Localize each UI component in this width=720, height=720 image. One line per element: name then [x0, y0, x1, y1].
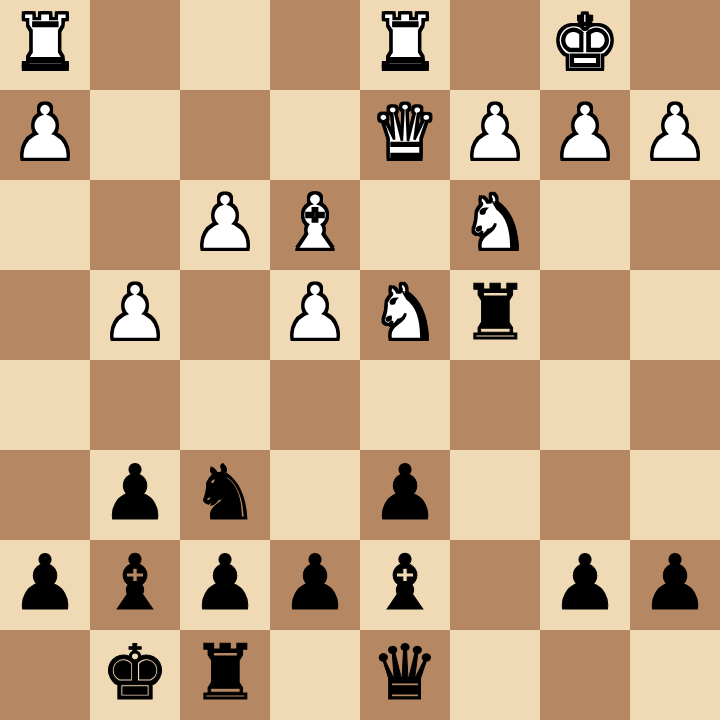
- square-e8[interactable]: [270, 630, 360, 720]
- piece-white-rook[interactable]: ♜: [371, 0, 439, 88]
- piece-white-knight[interactable]: ♞: [371, 268, 439, 358]
- piece-black-queen[interactable]: ♛: [371, 628, 439, 718]
- square-g8[interactable]: ♚: [90, 630, 180, 720]
- square-h7[interactable]: ♟: [0, 540, 90, 630]
- piece-black-pawn[interactable]: ♟: [281, 538, 349, 628]
- piece-black-pawn[interactable]: ♟: [101, 448, 169, 538]
- piece-white-bishop[interactable]: ♝: [281, 178, 349, 268]
- square-e6[interactable]: [270, 450, 360, 540]
- square-h5[interactable]: [0, 360, 90, 450]
- square-b5[interactable]: [540, 360, 630, 450]
- square-d5[interactable]: [360, 360, 450, 450]
- square-c8[interactable]: [450, 630, 540, 720]
- piece-white-pawn[interactable]: ♟: [461, 88, 529, 178]
- square-h1[interactable]: ♜: [0, 0, 90, 90]
- square-f2[interactable]: [180, 90, 270, 180]
- square-b4[interactable]: [540, 270, 630, 360]
- square-a1[interactable]: [630, 0, 720, 90]
- piece-white-pawn[interactable]: ♟: [281, 268, 349, 358]
- square-a4[interactable]: [630, 270, 720, 360]
- square-b1[interactable]: ♚: [540, 0, 630, 90]
- square-b2[interactable]: ♟: [540, 90, 630, 180]
- piece-black-pawn[interactable]: ♟: [11, 538, 79, 628]
- square-h8[interactable]: [0, 630, 90, 720]
- piece-white-pawn[interactable]: ♟: [101, 268, 169, 358]
- square-b8[interactable]: [540, 630, 630, 720]
- piece-black-rook[interactable]: ♜: [461, 268, 529, 358]
- square-f7[interactable]: ♟: [180, 540, 270, 630]
- square-c3[interactable]: ♞: [450, 180, 540, 270]
- square-a6[interactable]: [630, 450, 720, 540]
- square-g7[interactable]: ♝: [90, 540, 180, 630]
- piece-black-pawn[interactable]: ♟: [551, 538, 619, 628]
- square-f1[interactable]: [180, 0, 270, 90]
- square-d8[interactable]: ♛: [360, 630, 450, 720]
- square-c5[interactable]: [450, 360, 540, 450]
- piece-black-pawn[interactable]: ♟: [191, 538, 259, 628]
- square-e7[interactable]: ♟: [270, 540, 360, 630]
- square-f4[interactable]: [180, 270, 270, 360]
- square-c4[interactable]: ♜: [450, 270, 540, 360]
- square-g6[interactable]: ♟: [90, 450, 180, 540]
- square-e1[interactable]: [270, 0, 360, 90]
- square-c2[interactable]: ♟: [450, 90, 540, 180]
- piece-white-queen[interactable]: ♛: [371, 88, 439, 178]
- square-d2[interactable]: ♛: [360, 90, 450, 180]
- square-h4[interactable]: [0, 270, 90, 360]
- square-b7[interactable]: ♟: [540, 540, 630, 630]
- piece-white-pawn[interactable]: ♟: [191, 178, 259, 268]
- chess-board: ♜♜♚♟♛♟♟♟♟♝♞♟♟♞♜♟♞♟♟♝♟♟♝♟♟♚♜♛: [0, 0, 720, 720]
- square-f6[interactable]: ♞: [180, 450, 270, 540]
- square-g2[interactable]: [90, 90, 180, 180]
- square-c6[interactable]: [450, 450, 540, 540]
- piece-black-bishop[interactable]: ♝: [101, 538, 169, 628]
- square-d3[interactable]: [360, 180, 450, 270]
- square-g1[interactable]: [90, 0, 180, 90]
- square-a8[interactable]: [630, 630, 720, 720]
- piece-black-rook[interactable]: ♜: [191, 628, 259, 718]
- square-c1[interactable]: [450, 0, 540, 90]
- piece-white-pawn[interactable]: ♟: [551, 88, 619, 178]
- square-g5[interactable]: [90, 360, 180, 450]
- square-f5[interactable]: [180, 360, 270, 450]
- square-b3[interactable]: [540, 180, 630, 270]
- square-c7[interactable]: [450, 540, 540, 630]
- square-d1[interactable]: ♜: [360, 0, 450, 90]
- piece-white-pawn[interactable]: ♟: [641, 88, 709, 178]
- square-h6[interactable]: [0, 450, 90, 540]
- square-e3[interactable]: ♝: [270, 180, 360, 270]
- piece-black-bishop[interactable]: ♝: [371, 538, 439, 628]
- piece-black-pawn[interactable]: ♟: [371, 448, 439, 538]
- square-f8[interactable]: ♜: [180, 630, 270, 720]
- square-e5[interactable]: [270, 360, 360, 450]
- square-a3[interactable]: [630, 180, 720, 270]
- piece-white-king[interactable]: ♚: [551, 0, 619, 88]
- piece-black-king[interactable]: ♚: [101, 628, 169, 718]
- piece-white-rook[interactable]: ♜: [11, 0, 79, 88]
- square-d4[interactable]: ♞: [360, 270, 450, 360]
- square-b6[interactable]: [540, 450, 630, 540]
- square-h3[interactable]: [0, 180, 90, 270]
- square-e2[interactable]: [270, 90, 360, 180]
- piece-black-pawn[interactable]: ♟: [641, 538, 709, 628]
- square-e4[interactable]: ♟: [270, 270, 360, 360]
- square-g3[interactable]: [90, 180, 180, 270]
- piece-black-knight[interactable]: ♞: [191, 448, 259, 538]
- piece-white-knight[interactable]: ♞: [461, 178, 529, 268]
- square-a2[interactable]: ♟: [630, 90, 720, 180]
- square-h2[interactable]: ♟: [0, 90, 90, 180]
- square-d6[interactable]: ♟: [360, 450, 450, 540]
- square-d7[interactable]: ♝: [360, 540, 450, 630]
- square-a7[interactable]: ♟: [630, 540, 720, 630]
- square-a5[interactable]: [630, 360, 720, 450]
- square-g4[interactable]: ♟: [90, 270, 180, 360]
- square-f3[interactable]: ♟: [180, 180, 270, 270]
- piece-white-pawn[interactable]: ♟: [11, 88, 79, 178]
